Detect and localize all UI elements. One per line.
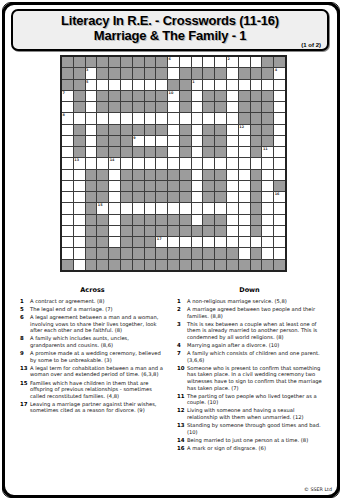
grid-cell[interactable] xyxy=(145,203,156,213)
grid-cell-block xyxy=(168,80,179,90)
grid-cell[interactable] xyxy=(262,80,273,90)
clue-number-label: 9 xyxy=(133,136,135,140)
grid-cell[interactable] xyxy=(192,170,203,180)
grid-cell-block xyxy=(121,248,132,258)
clue-item-text: A family which includes aunts, uncles, g… xyxy=(30,335,165,348)
grid-cell[interactable] xyxy=(74,215,85,225)
grid-cell[interactable] xyxy=(227,125,238,135)
clue-item-text: Living with someone and having a sexual … xyxy=(187,407,322,420)
grid-cell[interactable] xyxy=(227,170,238,180)
down-clues-list: 1A non-religious marriage service. (5,8)… xyxy=(177,298,322,451)
grid-cell[interactable] xyxy=(215,80,226,90)
grid-cell-block xyxy=(74,91,85,101)
grid-cell[interactable] xyxy=(180,57,191,67)
grid-cell[interactable] xyxy=(74,170,85,180)
grid-cell[interactable]: 9 xyxy=(133,136,144,146)
grid-cell-block xyxy=(251,125,262,135)
grid-cell-block xyxy=(251,147,262,157)
grid-cell[interactable] xyxy=(145,158,156,168)
grid-cell[interactable] xyxy=(274,91,285,101)
clue-item: 13A legal term for cohabitation between … xyxy=(20,365,165,378)
grid-cell[interactable] xyxy=(121,203,132,213)
grid-cell[interactable] xyxy=(62,181,73,191)
grid-cell[interactable] xyxy=(239,192,250,202)
grid-cell-block xyxy=(97,248,108,258)
grid-cell-block xyxy=(133,226,144,236)
grid-cell[interactable] xyxy=(274,215,285,225)
grid-cell-block xyxy=(121,181,132,191)
grid-cell-block xyxy=(121,68,132,78)
grid-cell[interactable] xyxy=(251,57,262,67)
clue-number-label: 2 xyxy=(228,57,230,61)
grid-cell[interactable] xyxy=(168,237,179,247)
grid-cell[interactable] xyxy=(262,226,273,236)
grid-cell[interactable] xyxy=(62,237,73,247)
grid-cell[interactable] xyxy=(262,237,273,247)
clue-item-text: Standing by someone through good times a… xyxy=(187,422,322,435)
grid-cell-block xyxy=(180,248,191,258)
grid-cell[interactable] xyxy=(109,80,120,90)
grid-cell[interactable] xyxy=(227,226,238,236)
grid-cell[interactable] xyxy=(203,57,214,67)
grid-cell-block xyxy=(97,226,108,236)
grid-cell[interactable] xyxy=(168,136,179,146)
grid-cell[interactable] xyxy=(239,226,250,236)
grid-cell[interactable] xyxy=(203,158,214,168)
grid-cell[interactable] xyxy=(215,203,226,213)
grid-cell-block xyxy=(262,57,273,67)
grid-cell[interactable] xyxy=(192,125,203,135)
grid-cell-block xyxy=(251,181,262,191)
grid-cell[interactable] xyxy=(109,170,120,180)
grid-cell[interactable] xyxy=(192,113,203,123)
grid-cell-block xyxy=(180,260,191,270)
grid-cell[interactable] xyxy=(227,147,238,157)
grid-cell[interactable] xyxy=(168,147,179,157)
grid-cell-block xyxy=(97,136,108,146)
grid-cell[interactable] xyxy=(180,158,191,168)
grid-cell[interactable] xyxy=(227,203,238,213)
clue-number-label: 17 xyxy=(157,237,162,241)
grid-cell-block xyxy=(215,125,226,135)
across-clues-column: Across 1A contract or agreement. (8)5The… xyxy=(14,286,171,453)
grid-cell-block xyxy=(239,102,250,112)
grid-cell-block xyxy=(121,215,132,225)
grid-cell[interactable] xyxy=(203,203,214,213)
clue-item-text: A mark or sign of disgrace. (6) xyxy=(187,445,322,452)
grid-cell[interactable] xyxy=(62,226,73,236)
grid-cell[interactable] xyxy=(97,80,108,90)
grid-cell[interactable] xyxy=(62,170,73,180)
grid-cell[interactable] xyxy=(274,158,285,168)
grid-cell[interactable] xyxy=(62,158,73,168)
grid-cell[interactable] xyxy=(239,203,250,213)
grid-cell[interactable] xyxy=(74,113,85,123)
page-title-line1: Literacy In R.E. - Crosswords (11-16) xyxy=(13,13,327,28)
grid-cell[interactable] xyxy=(203,237,214,247)
clue-item: 17Leaving a marriage partner against the… xyxy=(20,401,165,414)
clue-item-number: 17 xyxy=(20,401,30,414)
grid-cell-block xyxy=(215,192,226,202)
grid-cell[interactable] xyxy=(274,80,285,90)
grid-cell[interactable] xyxy=(274,170,285,180)
clue-item: 3This is sex between a couple when at le… xyxy=(177,321,322,341)
grid-cell[interactable] xyxy=(262,248,273,258)
grid-cell[interactable]: 1 xyxy=(192,80,203,90)
grid-cell[interactable] xyxy=(121,80,132,90)
grid-cell-block xyxy=(86,237,97,247)
grid-cell[interactable] xyxy=(74,226,85,236)
grid-cell[interactable]: 2 xyxy=(227,57,238,67)
grid-cell[interactable] xyxy=(145,136,156,146)
clue-number-label: 4 xyxy=(275,68,277,72)
grid-cell[interactable] xyxy=(262,203,273,213)
crossword-grid: 6234517108129111314161517 xyxy=(62,57,285,270)
grid-cell-block xyxy=(262,125,273,135)
grid-cell-block xyxy=(251,248,262,258)
grid-cell-block xyxy=(203,125,214,135)
grid-cell[interactable] xyxy=(192,136,203,146)
grid-cell[interactable] xyxy=(62,136,73,146)
grid-cell[interactable]: 6 xyxy=(168,57,179,67)
grid-cell[interactable] xyxy=(109,113,120,123)
grid-cell[interactable] xyxy=(239,181,250,191)
grid-cell[interactable] xyxy=(215,158,226,168)
grid-cell[interactable] xyxy=(215,113,226,123)
grid-cell[interactable] xyxy=(74,260,85,270)
grid-cell-block xyxy=(215,102,226,112)
grid-cell[interactable] xyxy=(215,237,226,247)
title-box: Literacy In R.E. - Crosswords (11-16) Ma… xyxy=(11,9,329,51)
grid-cell[interactable] xyxy=(133,158,144,168)
grid-cell[interactable]: 8 xyxy=(62,113,73,123)
grid-cell-block xyxy=(121,136,132,146)
grid-cell-block xyxy=(109,136,120,146)
clue-number-label: 10 xyxy=(169,91,174,95)
grid-cell[interactable] xyxy=(192,203,203,213)
grid-cell-block xyxy=(97,181,108,191)
clue-item: 13Standing by someone through good times… xyxy=(177,422,322,435)
grid-cell-block xyxy=(180,170,191,180)
grid-cell[interactable] xyxy=(145,80,156,90)
grid-cell-block xyxy=(156,57,167,67)
grid-cell[interactable]: 4 xyxy=(274,68,285,78)
clue-item: 9A promise made at a wedding ceremony, b… xyxy=(20,350,165,363)
grid-cell[interactable]: 11 xyxy=(262,147,273,157)
grid-cell[interactable]: 13 xyxy=(74,158,85,168)
clue-item-number: 10 xyxy=(177,365,187,391)
grid-cell[interactable]: 17 xyxy=(156,237,167,247)
grid-cell[interactable] xyxy=(192,215,203,225)
grid-cell[interactable] xyxy=(156,80,167,90)
grid-cell-block xyxy=(168,215,179,225)
grid-cell[interactable] xyxy=(180,113,191,123)
grid-cell[interactable] xyxy=(192,237,203,247)
grid-cell[interactable] xyxy=(86,136,97,146)
clue-item: 6A legal agreement between a man and a w… xyxy=(20,314,165,334)
grid-cell[interactable] xyxy=(168,203,179,213)
grid-cell[interactable]: 15 xyxy=(97,203,108,213)
grid-cell[interactable] xyxy=(133,113,144,123)
grid-cell[interactable] xyxy=(62,192,73,202)
grid-cell[interactable] xyxy=(62,125,73,135)
grid-cell[interactable] xyxy=(109,226,120,236)
clue-item-number: 1 xyxy=(177,298,187,305)
grid-cell[interactable] xyxy=(121,158,132,168)
grid-cell[interactable] xyxy=(109,203,120,213)
grid-cell[interactable] xyxy=(109,192,120,202)
grid-cell[interactable] xyxy=(239,136,250,146)
grid-cell-block xyxy=(86,203,97,213)
grid-cell-block xyxy=(239,113,250,123)
grid-cell[interactable] xyxy=(227,192,238,202)
grid-cell[interactable] xyxy=(262,158,273,168)
grid-cell-block xyxy=(121,260,132,270)
grid-cell[interactable] xyxy=(274,203,285,213)
grid-cell[interactable] xyxy=(156,158,167,168)
grid-cell-block xyxy=(145,125,156,135)
grid-cell[interactable] xyxy=(192,102,203,112)
grid-cell-block xyxy=(180,192,191,202)
grid-cell-block xyxy=(239,260,250,270)
grid-cell-block xyxy=(251,113,262,123)
grid-cell-block xyxy=(86,181,97,191)
grid-cell[interactable] xyxy=(192,192,203,202)
grid-cell-block xyxy=(274,260,285,270)
clue-item: 5The legal end of a marriage. (7) xyxy=(20,306,165,313)
grid-cell-block xyxy=(145,192,156,202)
grid-cell[interactable] xyxy=(227,80,238,90)
grid-cell[interactable] xyxy=(274,136,285,146)
grid-cell-block xyxy=(156,91,167,101)
grid-cell[interactable] xyxy=(215,57,226,67)
grid-cell[interactable] xyxy=(227,102,238,112)
clue-item-text: A contract or agreement. (8) xyxy=(30,298,165,305)
grid-cell[interactable] xyxy=(62,215,73,225)
grid-cell[interactable] xyxy=(180,203,191,213)
grid-cell[interactable] xyxy=(74,181,85,191)
grid-cell[interactable] xyxy=(145,113,156,123)
grid-cell-block xyxy=(121,237,132,247)
clue-item-number: 4 xyxy=(177,342,187,349)
grid-cell-block xyxy=(97,57,108,67)
clue-item-text: This is sex between a couple when at lea… xyxy=(187,321,322,341)
grid-cell[interactable] xyxy=(168,68,179,78)
grid-cell[interactable] xyxy=(133,203,144,213)
clue-number-label: 16 xyxy=(275,192,280,196)
grid-cell[interactable] xyxy=(86,147,97,157)
grid-cell-block xyxy=(133,260,144,270)
grid-cell[interactable] xyxy=(192,91,203,101)
grid-cell[interactable] xyxy=(274,147,285,157)
grid-cell[interactable] xyxy=(62,203,73,213)
grid-cell[interactable] xyxy=(86,102,97,112)
clue-item-number: 6 xyxy=(20,314,30,334)
grid-cell[interactable] xyxy=(203,113,214,123)
grid-cell[interactable] xyxy=(156,136,167,146)
grid-cell-block xyxy=(97,260,108,270)
grid-cell[interactable] xyxy=(227,136,238,146)
grid-cell[interactable] xyxy=(203,80,214,90)
grid-cell-block xyxy=(133,57,144,67)
grid-cell-block xyxy=(203,226,214,236)
clue-item-number: 7 xyxy=(177,350,187,363)
grid-cell[interactable] xyxy=(251,80,262,90)
grid-cell[interactable] xyxy=(262,192,273,202)
grid-cell[interactable] xyxy=(227,215,238,225)
grid-cell[interactable] xyxy=(156,203,167,213)
clue-number-label: 11 xyxy=(263,147,268,151)
grid-cell[interactable] xyxy=(274,125,285,135)
grid-cell[interactable] xyxy=(62,147,73,157)
grid-cell-block xyxy=(251,102,262,112)
grid-cell[interactable] xyxy=(74,192,85,202)
grid-cell[interactable] xyxy=(156,113,167,123)
grid-cell-block xyxy=(109,125,120,135)
grid-cell-block xyxy=(251,260,262,270)
grid-cell[interactable] xyxy=(239,80,250,90)
grid-cell-block xyxy=(180,136,191,146)
grid-cell[interactable] xyxy=(227,181,238,191)
grid-cell[interactable] xyxy=(239,57,250,67)
grid-cell[interactable] xyxy=(74,203,85,213)
grid-cell[interactable] xyxy=(97,158,108,168)
grid-cell[interactable] xyxy=(86,91,97,101)
grid-cell[interactable] xyxy=(74,248,85,258)
grid-cell[interactable] xyxy=(86,113,97,123)
grid-cell[interactable] xyxy=(227,113,238,123)
grid-cell-block xyxy=(145,170,156,180)
grid-cell[interactable] xyxy=(192,158,203,168)
grid-cell-block xyxy=(180,102,191,112)
grid-cell[interactable] xyxy=(62,248,73,258)
grid-cell[interactable] xyxy=(192,57,203,67)
grid-cell-block xyxy=(262,113,273,123)
grid-cell[interactable] xyxy=(274,226,285,236)
grid-cell-block xyxy=(192,260,203,270)
grid-cell[interactable] xyxy=(262,181,273,191)
grid-cell[interactable] xyxy=(227,68,238,78)
grid-cell-block xyxy=(97,170,108,180)
grid-cell[interactable] xyxy=(262,215,273,225)
grid-cell-block xyxy=(145,181,156,191)
grid-cell[interactable]: 10 xyxy=(168,91,179,101)
grid-cell[interactable] xyxy=(227,91,238,101)
grid-cell[interactable] xyxy=(109,181,120,191)
grid-cell[interactable]: 3 xyxy=(86,68,97,78)
grid-cell-block xyxy=(215,136,226,146)
grid-cell-block xyxy=(121,147,132,157)
grid-cell[interactable]: 16 xyxy=(274,192,285,202)
grid-cell[interactable] xyxy=(227,237,238,247)
grid-cell[interactable] xyxy=(251,237,262,247)
grid-cell[interactable] xyxy=(262,170,273,180)
grid-cell[interactable] xyxy=(121,113,132,123)
grid-cell-block xyxy=(145,68,156,78)
clue-item: 4Marrying again after a divorce. (10) xyxy=(177,342,322,349)
grid-cell[interactable] xyxy=(239,147,250,157)
grid-cell[interactable] xyxy=(97,113,108,123)
grid-cell[interactable] xyxy=(86,158,97,168)
grid-cell-block xyxy=(133,248,144,258)
grid-cell[interactable] xyxy=(133,80,144,90)
grid-cell[interactable]: 7 xyxy=(62,91,73,101)
grid-cell[interactable] xyxy=(168,102,179,112)
grid-cell-block xyxy=(145,248,156,258)
grid-cell-block xyxy=(62,260,73,270)
grid-cell[interactable] xyxy=(192,181,203,191)
grid-cell[interactable] xyxy=(109,237,120,247)
grid-cell[interactable] xyxy=(109,215,120,225)
grid-cell-block xyxy=(192,68,203,78)
grid-cell[interactable] xyxy=(168,158,179,168)
grid-cell-block xyxy=(97,192,108,202)
grid-cell-block xyxy=(262,91,273,101)
grid-cell-block xyxy=(121,102,132,112)
grid-cell[interactable] xyxy=(227,158,238,168)
page-title-line2: Marriage & The Family - 1 xyxy=(13,28,327,43)
grid-cell[interactable]: 12 xyxy=(239,125,250,135)
grid-cell-block xyxy=(180,215,191,225)
grid-cell[interactable] xyxy=(192,147,203,157)
grid-cell-block xyxy=(251,215,262,225)
grid-cell[interactable] xyxy=(251,158,262,168)
grid-cell-block xyxy=(62,57,73,67)
grid-cell[interactable] xyxy=(86,125,97,135)
grid-cell-block xyxy=(203,248,214,258)
grid-cell-block xyxy=(180,68,191,78)
clue-item-text: Someone who is present to confirm that s… xyxy=(187,365,322,391)
grid-cell[interactable] xyxy=(239,158,250,168)
clue-number-label: 13 xyxy=(74,158,79,162)
grid-cell[interactable] xyxy=(239,237,250,247)
grid-cell[interactable] xyxy=(274,248,285,258)
clue-item-number: 2 xyxy=(177,306,187,319)
grid-cell[interactable] xyxy=(239,170,250,180)
grid-cell[interactable] xyxy=(239,215,250,225)
down-header: Down xyxy=(177,286,322,294)
grid-cell-block xyxy=(121,192,132,202)
grid-cell-block xyxy=(215,248,226,258)
clue-item: 2A marriage agreed between two people an… xyxy=(177,306,322,319)
grid-cell-block xyxy=(145,91,156,101)
grid-cell-block xyxy=(239,68,250,78)
clue-number-label: 14 xyxy=(110,158,115,162)
grid-cell[interactable] xyxy=(180,237,191,247)
grid-cell-block xyxy=(145,237,156,247)
grid-cell[interactable] xyxy=(168,113,179,123)
clue-item: 16A mark or sign of disgrace. (6) xyxy=(177,445,322,452)
grid-cell-block xyxy=(215,170,226,180)
grid-cell-block xyxy=(168,170,179,180)
grid-cell-block xyxy=(215,181,226,191)
clue-item-number: 11 xyxy=(177,393,187,406)
grid-cell-block xyxy=(145,226,156,236)
grid-cell[interactable] xyxy=(62,102,73,112)
grid-cell-block xyxy=(251,226,262,236)
grid-cell[interactable] xyxy=(274,113,285,123)
grid-cell[interactable]: 5 xyxy=(86,80,97,90)
grid-cell-block xyxy=(274,181,285,191)
grid-cell[interactable] xyxy=(168,125,179,135)
grid-cell[interactable] xyxy=(239,248,250,258)
page-note: (1 of 2) xyxy=(301,42,321,48)
grid-cell[interactable]: 14 xyxy=(109,158,120,168)
grid-cell[interactable] xyxy=(274,237,285,247)
grid-cell[interactable] xyxy=(274,102,285,112)
grid-cell-block xyxy=(251,192,262,202)
grid-cell[interactable] xyxy=(74,237,85,247)
